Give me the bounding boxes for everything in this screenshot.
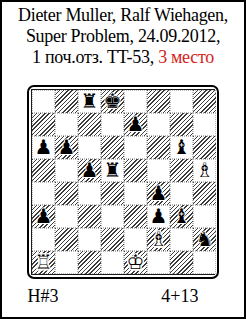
square-g6: ♝ (170, 136, 193, 159)
square-g2 (170, 228, 193, 251)
square-f5 (147, 159, 170, 182)
problem-card: Dieter Muller, Ralf Wiehagen, Super Prob… (0, 0, 246, 319)
square-e4 (124, 182, 147, 205)
white-piece-fill: ♚ (124, 251, 147, 274)
black-pawn-a3: ♟ (32, 205, 55, 228)
square-h2: ♞ (193, 228, 216, 251)
black-pawn-e7: ♟ (124, 113, 147, 136)
square-a2 (32, 228, 55, 251)
square-h7 (193, 113, 216, 136)
square-a6: ♟ (32, 136, 55, 159)
square-a3: ♟ (32, 205, 55, 228)
square-f1 (147, 251, 170, 274)
award-line-prefix: 1 поч.отз. TT-53, (32, 47, 158, 67)
square-f3: ♟ (147, 205, 170, 228)
square-e2 (124, 228, 147, 251)
white-piece-fill: ♝ (147, 228, 170, 251)
white-bishop-h5: ♗ (193, 159, 216, 182)
square-f6 (147, 136, 170, 159)
square-d8: ♚ (101, 90, 124, 113)
square-f8 (147, 90, 170, 113)
source-line: Super Problem, 24.09.2012, (2, 26, 244, 47)
square-e5 (124, 159, 147, 182)
square-f7 (147, 113, 170, 136)
square-b7 (55, 113, 78, 136)
square-d6 (101, 136, 124, 159)
square-c8: ♜ (78, 90, 101, 113)
square-d5: ♜ (101, 159, 124, 182)
square-e6 (124, 136, 147, 159)
square-d1 (101, 251, 124, 274)
black-bishop-g6: ♝ (170, 136, 193, 159)
square-g5 (170, 159, 193, 182)
square-h4 (193, 182, 216, 205)
black-rook-c8: ♜ (78, 90, 101, 113)
square-b3 (55, 205, 78, 228)
diagram-caption: H#3 4+13 (26, 286, 221, 306)
square-a8 (32, 90, 55, 113)
square-d2 (101, 228, 124, 251)
square-h5: ♝♗ (193, 159, 216, 182)
black-king-d8: ♚ (101, 90, 124, 113)
black-pawn-b6: ♟ (55, 136, 78, 159)
stipulation-label: H#3 (28, 286, 59, 306)
square-g1 (170, 251, 193, 274)
square-h6 (193, 136, 216, 159)
square-e8 (124, 90, 147, 113)
square-g8 (170, 90, 193, 113)
chessboard-inner-frame: ♜♚♟♟♟♝♟♜♝♗♟♟♟♝♝♗♞♜♖♚♔ (31, 89, 215, 275)
square-c7 (78, 113, 101, 136)
square-e1: ♚♔ (124, 251, 147, 274)
square-b5 (55, 159, 78, 182)
black-rook-d5: ♜ (101, 159, 124, 182)
square-e7: ♟ (124, 113, 147, 136)
square-a4 (32, 182, 55, 205)
material-count-label: 4+13 (161, 286, 198, 306)
square-h1 (193, 251, 216, 274)
award-place: 3 место (158, 47, 214, 67)
square-f4: ♟ (147, 182, 170, 205)
white-piece-fill: ♝ (193, 159, 216, 182)
square-b6: ♟ (55, 136, 78, 159)
chessboard-frame: ♜♚♟♟♟♝♟♜♝♗♟♟♟♝♝♗♞♜♖♚♔ (27, 85, 219, 279)
black-pawn-a6: ♟ (32, 136, 55, 159)
square-b4 (55, 182, 78, 205)
chessboard: ♜♚♟♟♟♝♟♜♝♗♟♟♟♝♝♗♞♜♖♚♔ (32, 90, 214, 274)
square-h8 (193, 90, 216, 113)
black-bishop-g3: ♝ (170, 205, 193, 228)
square-h3 (193, 205, 216, 228)
square-b2 (55, 228, 78, 251)
black-knight-h2: ♞ (193, 228, 216, 251)
square-d4 (101, 182, 124, 205)
square-c1 (78, 251, 101, 274)
black-pawn-f4: ♟ (147, 182, 170, 205)
white-king-e1: ♔ (124, 251, 147, 274)
square-g7 (170, 113, 193, 136)
square-d3 (101, 205, 124, 228)
white-rook-a1: ♖ (32, 251, 55, 274)
square-a5 (32, 159, 55, 182)
square-d7 (101, 113, 124, 136)
square-e3 (124, 205, 147, 228)
square-c4 (78, 182, 101, 205)
square-a1: ♜♖ (32, 251, 55, 274)
square-a7 (32, 113, 55, 136)
square-c5: ♟ (78, 159, 101, 182)
white-bishop-f2: ♗ (147, 228, 170, 251)
square-b1 (55, 251, 78, 274)
square-c6 (78, 136, 101, 159)
square-b8 (55, 90, 78, 113)
black-pawn-f3: ♟ (147, 205, 170, 228)
square-c3 (78, 205, 101, 228)
square-c2 (78, 228, 101, 251)
black-pawn-c5: ♟ (78, 159, 101, 182)
white-piece-fill: ♜ (32, 251, 55, 274)
square-g4 (170, 182, 193, 205)
square-f2: ♝♗ (147, 228, 170, 251)
award-line: 1 поч.отз. TT-53, 3 место (2, 47, 244, 68)
problem-header: Dieter Muller, Ralf Wiehagen, Super Prob… (2, 5, 244, 68)
square-g3: ♝ (170, 205, 193, 228)
author-line: Dieter Muller, Ralf Wiehagen, (2, 5, 244, 26)
